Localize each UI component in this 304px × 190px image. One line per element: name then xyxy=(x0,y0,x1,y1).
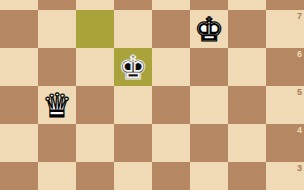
square-c3[interactable] xyxy=(76,162,114,190)
square-h5[interactable]: 5 xyxy=(266,86,304,124)
rank-label-6: 6 xyxy=(297,49,302,59)
square-g8[interactable] xyxy=(228,0,266,10)
square-f4[interactable] xyxy=(190,124,228,162)
square-e3[interactable] xyxy=(152,162,190,190)
square-c5[interactable] xyxy=(76,86,114,124)
square-b6[interactable] xyxy=(38,48,76,86)
square-g5[interactable] xyxy=(228,86,266,124)
rank-label-7: 7 xyxy=(297,11,302,21)
square-a6[interactable] xyxy=(0,48,38,86)
square-h6[interactable]: 6 xyxy=(266,48,304,86)
rank-label-4: 4 xyxy=(297,125,302,135)
square-g6[interactable] xyxy=(228,48,266,86)
square-f3[interactable] xyxy=(190,162,228,190)
square-e5[interactable] xyxy=(152,86,190,124)
square-b8[interactable] xyxy=(38,0,76,10)
square-f7[interactable]: ♚ xyxy=(190,10,228,48)
board-viewport: 8♚7♚6♛54321 xyxy=(0,0,304,190)
square-c8[interactable] xyxy=(76,0,114,10)
square-h4[interactable]: 4 xyxy=(266,124,304,162)
square-e8[interactable] xyxy=(152,0,190,10)
square-a3[interactable] xyxy=(0,162,38,190)
rank-label-5: 5 xyxy=(297,87,302,97)
square-g3[interactable] xyxy=(228,162,266,190)
square-b3[interactable] xyxy=(38,162,76,190)
square-f6[interactable] xyxy=(190,48,228,86)
square-c4[interactable] xyxy=(76,124,114,162)
square-b4[interactable] xyxy=(38,124,76,162)
square-e7[interactable] xyxy=(152,10,190,48)
square-c6[interactable] xyxy=(76,48,114,86)
rank-label-3: 3 xyxy=(297,163,302,173)
square-a7[interactable] xyxy=(0,10,38,48)
square-d7[interactable] xyxy=(114,10,152,48)
white-king[interactable]: ♚ xyxy=(190,10,228,48)
square-d4[interactable] xyxy=(114,124,152,162)
white-queen[interactable]: ♛ xyxy=(38,86,76,124)
square-h8[interactable]: 8 xyxy=(266,0,304,10)
square-a4[interactable] xyxy=(0,124,38,162)
square-b5[interactable]: ♛ xyxy=(38,86,76,124)
square-e4[interactable] xyxy=(152,124,190,162)
square-f8[interactable] xyxy=(190,0,228,10)
square-b7[interactable] xyxy=(38,10,76,48)
square-e6[interactable] xyxy=(152,48,190,86)
square-a5[interactable] xyxy=(0,86,38,124)
square-d6[interactable]: ♚ xyxy=(114,48,152,86)
square-d8[interactable] xyxy=(114,0,152,10)
square-d5[interactable] xyxy=(114,86,152,124)
square-a8[interactable] xyxy=(0,0,38,10)
square-d3[interactable] xyxy=(114,162,152,190)
square-f5[interactable] xyxy=(190,86,228,124)
square-g7[interactable] xyxy=(228,10,266,48)
square-g4[interactable] xyxy=(228,124,266,162)
square-h3[interactable]: 3 xyxy=(266,162,304,190)
black-king[interactable]: ♚ xyxy=(114,48,152,86)
square-c7[interactable] xyxy=(76,10,114,48)
chess-board: 8♚7♚6♛54321 xyxy=(0,0,304,190)
square-h7[interactable]: 7 xyxy=(266,10,304,48)
